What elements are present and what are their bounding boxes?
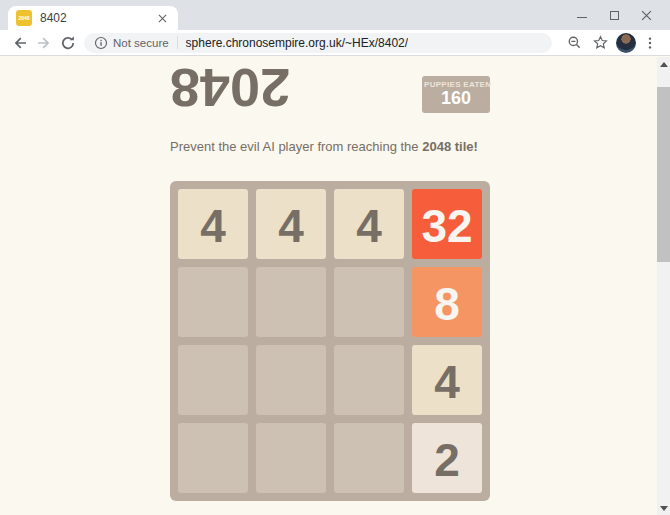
tile-4: 4 (178, 189, 248, 259)
logo-2048-upside-down: 2048 (170, 63, 290, 113)
instruction-text: Prevent the evil AI player from reaching… (170, 139, 490, 154)
tile-4: 4 (334, 189, 404, 259)
menu-dots-icon[interactable] (638, 31, 662, 55)
omnibox-separator (177, 36, 178, 49)
reload-icon[interactable] (56, 31, 80, 55)
tile-4: 4 (256, 189, 326, 259)
bookmark-star-icon[interactable] (588, 31, 612, 55)
close-button[interactable] (630, 0, 662, 30)
scroll-up-arrow-icon[interactable] (657, 57, 670, 71)
empty-cell (256, 423, 326, 493)
browser-tab-bar: 2048 8402 (0, 0, 670, 30)
browser-toolbar: Not secure sphere.chronosempire.org.uk/~… (0, 30, 670, 56)
empty-cell (178, 423, 248, 493)
page-info-icon[interactable] (94, 36, 108, 50)
tile-2: 2 (412, 423, 482, 493)
favicon-2048: 2048 (16, 10, 32, 26)
url-text: sphere.chronosempire.org.uk/~HEx/8402/ (186, 36, 408, 50)
profile-avatar[interactable] (616, 33, 636, 53)
score-box: PUPPIES EATEN 160 (422, 76, 490, 113)
tab-close-icon[interactable] (154, 10, 170, 26)
address-bar[interactable]: Not secure sphere.chronosempire.org.uk/~… (84, 33, 552, 53)
scrollbar[interactable] (657, 57, 670, 515)
game-header: 2048 PUPPIES EATEN 160 (170, 57, 490, 113)
empty-cell (334, 267, 404, 337)
minimize-button[interactable] (566, 0, 598, 30)
window-controls (566, 0, 662, 30)
empty-cell (256, 267, 326, 337)
scroll-down-arrow-icon[interactable] (657, 501, 670, 515)
empty-cell (178, 345, 248, 415)
maximize-button[interactable] (598, 0, 630, 30)
instruction-prefix: Prevent the evil AI player from reaching… (170, 139, 422, 154)
tile-8: 8 (412, 267, 482, 337)
tile-32: 32 (412, 189, 482, 259)
board[interactable]: 44432842 (170, 181, 490, 501)
browser-tab[interactable]: 2048 8402 (8, 6, 178, 30)
tab-title: 8402 (40, 11, 154, 25)
back-icon[interactable] (8, 31, 32, 55)
empty-cell (178, 267, 248, 337)
score-value: 160 (424, 89, 488, 108)
scrollbar-thumb[interactable] (657, 87, 670, 262)
forward-icon[interactable] (32, 31, 56, 55)
empty-cell (334, 345, 404, 415)
tile-4: 4 (412, 345, 482, 415)
page-content: 2048 PUPPIES EATEN 160 Prevent the evil … (0, 57, 670, 515)
security-label: Not secure (113, 37, 169, 49)
empty-cell (334, 423, 404, 493)
zoom-icon[interactable] (562, 31, 586, 55)
empty-cell (256, 345, 326, 415)
instruction-bold: 2048 tile! (422, 139, 478, 154)
